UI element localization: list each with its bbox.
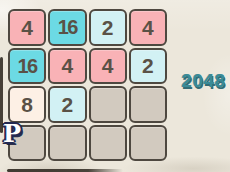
photo-edge-bottom bbox=[7, 169, 123, 172]
empty-cell bbox=[89, 86, 127, 123]
photo-edge-left bbox=[0, 57, 3, 133]
tile-4: 4 bbox=[8, 9, 46, 46]
poki-logo[interactable]: P bbox=[3, 122, 21, 146]
tile-2: 2 bbox=[129, 48, 167, 85]
empty-cell bbox=[48, 125, 86, 162]
tile-2: 2 bbox=[48, 86, 86, 123]
game-logo-2048: 2048 bbox=[177, 70, 230, 92]
empty-cell bbox=[129, 125, 167, 162]
tile-4: 4 bbox=[48, 48, 86, 85]
tile-4: 4 bbox=[129, 9, 167, 46]
2048-board[interactable]: 416241644282 bbox=[8, 9, 167, 161]
tile-16: 16 bbox=[8, 48, 46, 85]
empty-cell bbox=[89, 125, 127, 162]
game-screen: 416241644282 2048 P bbox=[0, 0, 230, 172]
tile-8: 8 bbox=[8, 86, 46, 123]
empty-cell bbox=[129, 86, 167, 123]
tile-16: 16 bbox=[48, 9, 86, 46]
tile-2: 2 bbox=[89, 9, 127, 46]
tile-4: 4 bbox=[89, 48, 127, 85]
